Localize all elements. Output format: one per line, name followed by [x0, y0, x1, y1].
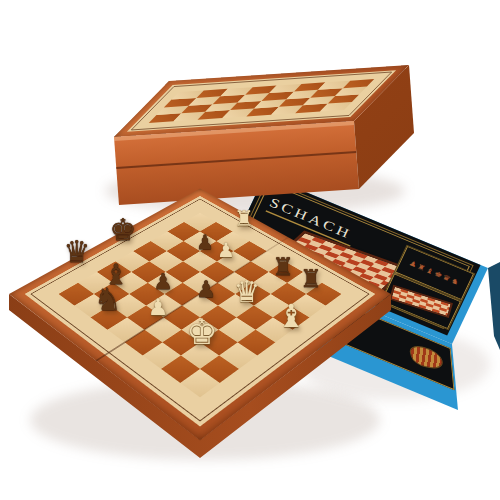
piece-black-q-c8: ♛: [64, 237, 91, 267]
piece-black-k-e8: ♚: [110, 215, 137, 245]
piece-white-p-b5: ♟: [148, 296, 169, 319]
piece-black-p-f6: ♟: [196, 232, 214, 252]
piece-white-r-h6: ♜: [234, 208, 254, 230]
piece-black-p-d4: ♟: [196, 278, 217, 301]
piece-white-p-f5: ♟: [217, 240, 235, 260]
piece-black-r-g3: ♜: [272, 255, 294, 279]
pieces-layer: ♜♚♟♟♛♜♝♜♟♟♛♞♟♝♚: [0, 0, 500, 500]
piece-white-q-e3: ♛: [234, 277, 261, 307]
piece-black-n-a6: ♞: [94, 284, 122, 315]
piece-black-p-d6: ♟: [153, 271, 173, 293]
piece-white-b-e1: ♝: [277, 300, 306, 332]
piece-white-k-b3: ♚: [186, 315, 217, 350]
product-photo-scene: SCHACH ♜♞♝♛♚♝♞♜ ♟♜♝♚♛♞ ♜♚♟♟♛♜♝♜♟♟♛♞♟♝♚: [0, 0, 500, 500]
piece-black-r-g2: ♜: [300, 266, 322, 291]
